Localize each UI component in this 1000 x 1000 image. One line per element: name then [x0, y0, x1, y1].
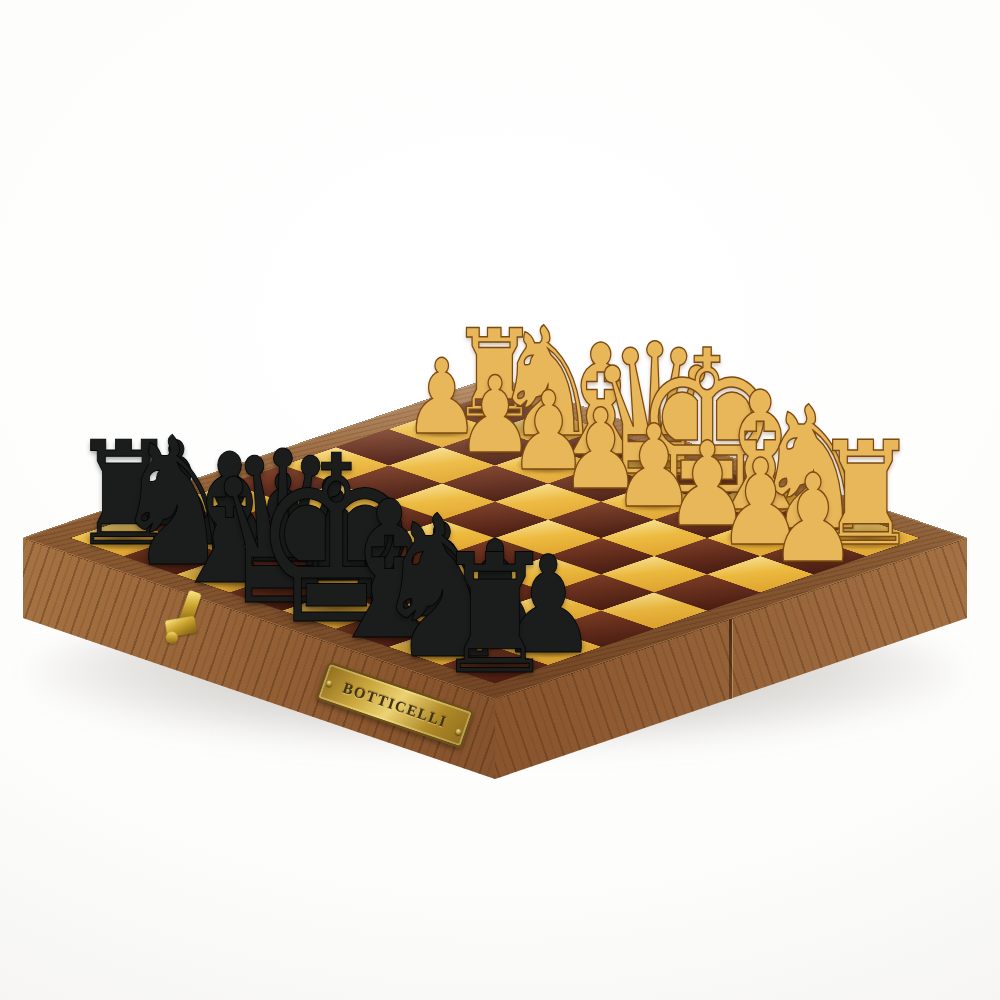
- piece-black-rook-h8[interactable]: ♜: [427, 533, 563, 698]
- chess-set-photo-scene: BOTTICELLI ♜♞♝♛♚♝♞♜♟♟♟♟♟♟♟♟♟♟♟♟♟♟♟♟♜♞♝♛♚…: [0, 0, 1000, 1000]
- piece-white-pawn-h2[interactable]: ♟: [763, 459, 863, 581]
- pieces-layer: ♜♞♝♛♚♝♞♜♟♟♟♟♟♟♟♟♟♟♟♟♟♟♟♟♜♞♝♛♚♝♞♜: [0, 0, 1000, 1000]
